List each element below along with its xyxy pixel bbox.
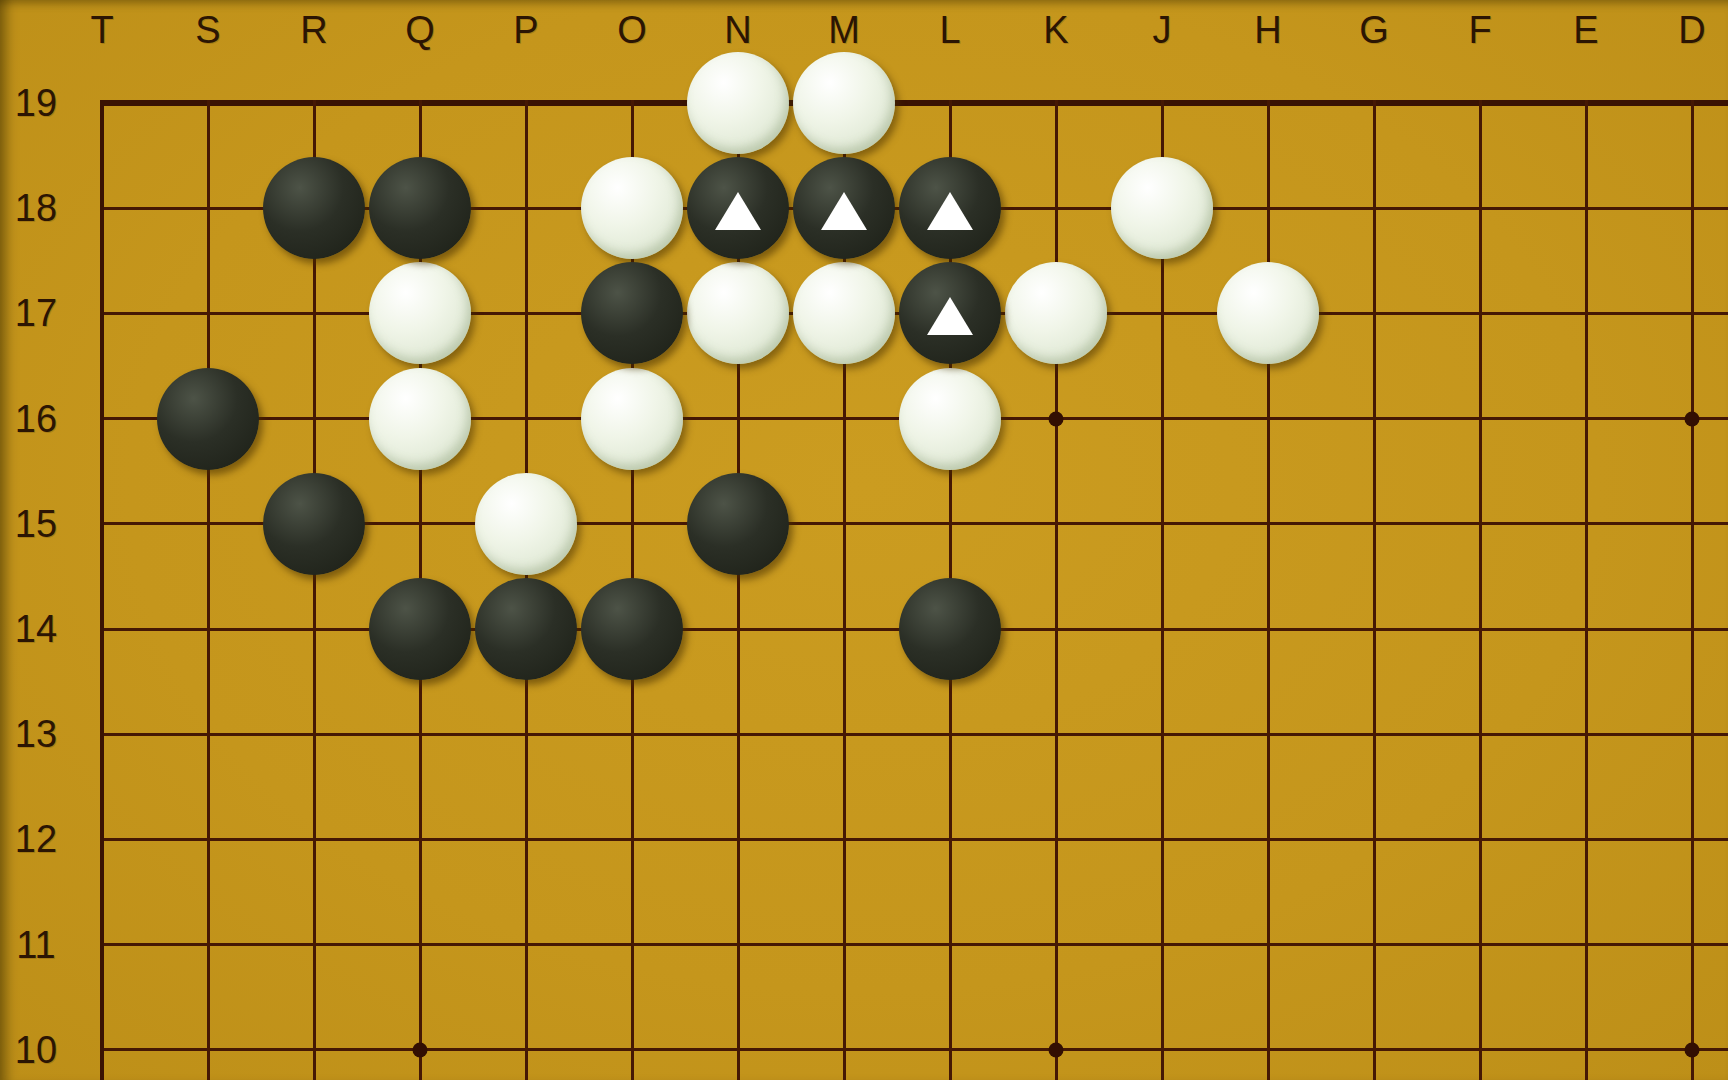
black-stone[interactable]	[263, 157, 365, 259]
column-label: M	[828, 11, 860, 49]
white-stone[interactable]	[793, 262, 895, 364]
board-top-edge-line	[100, 100, 1728, 106]
row-label: 15	[15, 505, 57, 543]
row-label: 16	[15, 400, 57, 438]
triangle-marker	[821, 192, 867, 230]
grid-line-horizontal	[101, 943, 1728, 946]
grid-line-vertical	[1691, 100, 1694, 1080]
white-stone[interactable]	[1005, 262, 1107, 364]
grid-line-horizontal	[101, 1048, 1728, 1051]
star-point	[413, 1042, 428, 1057]
star-point	[1049, 411, 1064, 426]
column-label: H	[1254, 11, 1281, 49]
column-label: Q	[405, 11, 435, 49]
grid-line-vertical	[1585, 100, 1588, 1080]
row-label: 12	[15, 820, 57, 858]
black-stone[interactable]	[263, 473, 365, 575]
row-label: 11	[16, 926, 55, 964]
column-label: S	[195, 11, 220, 49]
column-label: R	[300, 11, 327, 49]
column-label: O	[617, 11, 647, 49]
white-stone[interactable]	[581, 157, 683, 259]
row-label: 10	[15, 1031, 57, 1069]
grid-line-vertical	[1479, 100, 1482, 1080]
grid-line-vertical	[1373, 100, 1376, 1080]
white-stone[interactable]	[687, 52, 789, 154]
column-label: D	[1678, 11, 1705, 49]
grid-line-horizontal	[101, 733, 1728, 736]
triangle-marker	[715, 192, 761, 230]
column-label: T	[90, 11, 113, 49]
row-label: 19	[15, 84, 57, 122]
white-stone[interactable]	[687, 262, 789, 364]
grid-line-vertical	[1267, 100, 1270, 1080]
column-label: N	[724, 11, 751, 49]
grid-line-horizontal	[101, 838, 1728, 841]
white-stone[interactable]	[793, 52, 895, 154]
grid-line-vertical	[207, 100, 210, 1080]
column-label: E	[1573, 11, 1598, 49]
black-stone[interactable]	[687, 157, 789, 259]
black-stone[interactable]	[369, 157, 471, 259]
column-label: G	[1359, 11, 1389, 49]
row-label: 17	[15, 294, 57, 332]
black-stone[interactable]	[899, 262, 1001, 364]
white-stone[interactable]	[899, 368, 1001, 470]
star-point	[1049, 1042, 1064, 1057]
triangle-marker	[927, 297, 973, 335]
black-stone[interactable]	[793, 157, 895, 259]
triangle-marker	[927, 192, 973, 230]
white-stone[interactable]	[1111, 157, 1213, 259]
black-stone[interactable]	[581, 578, 683, 680]
black-stone[interactable]	[157, 368, 259, 470]
black-stone[interactable]	[899, 578, 1001, 680]
black-stone[interactable]	[687, 473, 789, 575]
star-point	[1685, 411, 1700, 426]
row-label: 14	[15, 610, 57, 648]
column-label: P	[513, 11, 538, 49]
black-stone[interactable]	[475, 578, 577, 680]
white-stone[interactable]	[369, 262, 471, 364]
white-stone[interactable]	[1217, 262, 1319, 364]
black-stone[interactable]	[581, 262, 683, 364]
column-label: F	[1468, 11, 1491, 49]
column-label: K	[1043, 11, 1068, 49]
row-label: 13	[15, 715, 57, 753]
column-label: J	[1153, 11, 1172, 49]
black-stone[interactable]	[899, 157, 1001, 259]
go-board[interactable]: TSRQPONMLKJHGFED19181716151413121110	[0, 0, 1728, 1080]
white-stone[interactable]	[475, 473, 577, 575]
white-stone[interactable]	[369, 368, 471, 470]
grid-line-vertical	[1055, 100, 1058, 1080]
grid-line-vertical	[100, 100, 104, 1080]
black-stone[interactable]	[369, 578, 471, 680]
row-label: 18	[15, 189, 57, 227]
column-label: L	[939, 11, 960, 49]
star-point	[1685, 1042, 1700, 1057]
white-stone[interactable]	[581, 368, 683, 470]
